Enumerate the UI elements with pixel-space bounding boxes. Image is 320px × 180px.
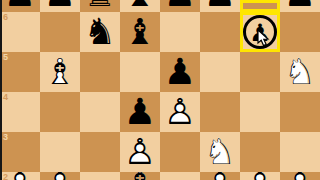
square-e4[interactable]: ♟♙ bbox=[160, 92, 200, 132]
white-knight-outline: ♘ bbox=[200, 132, 240, 172]
square-h4[interactable] bbox=[280, 92, 320, 132]
square-a3[interactable]: 3 bbox=[0, 132, 40, 172]
square-a7[interactable]: ♟ bbox=[0, 0, 40, 12]
square-c5[interactable] bbox=[80, 52, 120, 92]
square-b5[interactable]: ♝♗ bbox=[40, 52, 80, 92]
square-g2[interactable]: ♟♙ bbox=[240, 172, 280, 180]
square-h3[interactable] bbox=[280, 132, 320, 172]
square-d2[interactable]: ♝♗ bbox=[120, 172, 160, 180]
rank-label-4: 4 bbox=[3, 93, 8, 102]
white-bishop-outline: ♗ bbox=[120, 172, 160, 180]
black-pawn[interactable]: ♟ bbox=[200, 0, 240, 12]
square-g4[interactable] bbox=[240, 92, 280, 132]
black-pawn[interactable]: ♟ bbox=[120, 92, 160, 132]
white-pawn-outline: ♙ bbox=[160, 92, 200, 132]
mouse-cursor-icon bbox=[257, 29, 270, 47]
white-pawn-outline: ♙ bbox=[280, 172, 320, 180]
square-e5[interactable]: ♟ bbox=[160, 52, 200, 92]
square-c6[interactable]: ♞ bbox=[80, 12, 120, 52]
board-left-edge bbox=[0, 0, 2, 180]
square-a2[interactable]: 2♟♙ bbox=[0, 172, 40, 180]
black-pawn[interactable]: ♟ bbox=[280, 0, 320, 12]
square-b3[interactable] bbox=[40, 132, 80, 172]
rank-label-3: 3 bbox=[3, 133, 8, 142]
square-f7[interactable]: ♟ bbox=[200, 0, 240, 12]
square-c2[interactable] bbox=[80, 172, 120, 180]
black-knight[interactable]: ♞ bbox=[80, 12, 120, 52]
square-e6[interactable] bbox=[160, 12, 200, 52]
chess-board: ♟♟♜♝♟♟♟6♞♝♟5♝♗♟♞♘4♟♟♙3♟♙♞♘2♟♙♟♙♝♗♟♙♟♙♟♙ bbox=[0, 0, 320, 180]
white-pawn-outline: ♙ bbox=[120, 132, 160, 172]
square-c7[interactable]: ♜ bbox=[80, 0, 120, 12]
square-d4[interactable]: ♟ bbox=[120, 92, 160, 132]
square-g6[interactable]: ♟ bbox=[240, 12, 280, 52]
square-e7[interactable]: ♟ bbox=[160, 0, 200, 12]
black-bishop[interactable]: ♝ bbox=[120, 12, 160, 52]
black-pawn[interactable]: ♟ bbox=[160, 0, 200, 12]
square-b2[interactable]: ♟♙ bbox=[40, 172, 80, 180]
square-c3[interactable] bbox=[80, 132, 120, 172]
square-c4[interactable] bbox=[80, 92, 120, 132]
square-h7[interactable]: ♟ bbox=[280, 0, 320, 12]
black-rook[interactable]: ♜ bbox=[80, 0, 120, 12]
rank-label-6: 6 bbox=[3, 13, 8, 22]
square-b7[interactable]: ♟ bbox=[40, 0, 80, 12]
white-pawn-outline: ♙ bbox=[0, 172, 40, 180]
square-g3[interactable] bbox=[240, 132, 280, 172]
black-pawn[interactable]: ♟ bbox=[160, 52, 200, 92]
square-f6[interactable] bbox=[200, 12, 240, 52]
square-a5[interactable]: 5 bbox=[0, 52, 40, 92]
square-f4[interactable] bbox=[200, 92, 240, 132]
square-d3[interactable]: ♟♙ bbox=[120, 132, 160, 172]
white-pawn-outline: ♙ bbox=[40, 172, 80, 180]
square-b6[interactable] bbox=[40, 12, 80, 52]
square-h2[interactable]: ♟♙ bbox=[280, 172, 320, 180]
square-g5[interactable] bbox=[240, 52, 280, 92]
white-bishop-outline: ♗ bbox=[40, 52, 80, 92]
white-pawn-outline: ♙ bbox=[240, 172, 280, 180]
square-b4[interactable] bbox=[40, 92, 80, 132]
square-f3[interactable]: ♞♘ bbox=[200, 132, 240, 172]
square-f5[interactable] bbox=[200, 52, 240, 92]
square-d7[interactable]: ♝ bbox=[120, 0, 160, 12]
app-window: ♟♟♜♝♟♟♟6♞♝♟5♝♗♟♞♘4♟♟♙3♟♙♞♘2♟♙♟♙♝♗♟♙♟♙♟♙ bbox=[0, 0, 320, 180]
black-pawn[interactable]: ♟ bbox=[0, 0, 40, 12]
square-a4[interactable]: 4 bbox=[0, 92, 40, 132]
square-d6[interactable]: ♝ bbox=[120, 12, 160, 52]
black-bishop[interactable]: ♝ bbox=[120, 0, 160, 12]
white-knight-outline: ♘ bbox=[280, 52, 320, 92]
square-d5[interactable] bbox=[120, 52, 160, 92]
rank-label-5: 5 bbox=[3, 53, 8, 62]
square-h5[interactable]: ♞♘ bbox=[280, 52, 320, 92]
square-g7[interactable] bbox=[240, 0, 280, 12]
square-a6[interactable]: 6 bbox=[0, 12, 40, 52]
black-pawn[interactable]: ♟ bbox=[40, 0, 80, 12]
square-h6[interactable] bbox=[280, 12, 320, 52]
square-e3[interactable] bbox=[160, 132, 200, 172]
white-pawn-outline: ♙ bbox=[200, 172, 240, 180]
square-f2[interactable]: ♟♙ bbox=[200, 172, 240, 180]
square-e2[interactable] bbox=[160, 172, 200, 180]
